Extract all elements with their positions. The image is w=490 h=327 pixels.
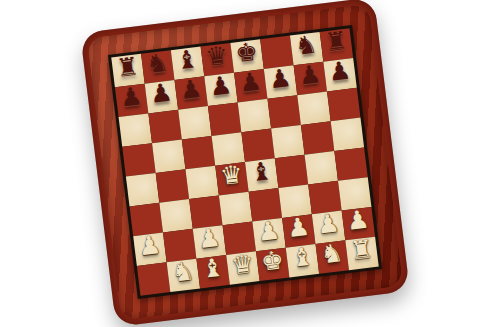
piece-black-pawn-h7: ♟ bbox=[323, 55, 356, 88]
square-d4: ♛ bbox=[215, 162, 248, 195]
square-f1: ♝ bbox=[286, 244, 319, 277]
square-b4 bbox=[156, 169, 189, 202]
square-g6 bbox=[297, 91, 330, 124]
square-a5 bbox=[122, 143, 155, 176]
product-photo-scene: ♜♞♝♛♚♞♜♟♟♟♟♟♟♟♟♛♝♟♟♟♟♟♟♞♝♛♚♝♞♜ bbox=[0, 0, 490, 327]
square-a1 bbox=[137, 262, 170, 295]
square-h1: ♜ bbox=[345, 237, 378, 270]
square-e4: ♝ bbox=[245, 158, 278, 191]
square-h6 bbox=[327, 88, 360, 121]
piece-black-pawn-f7: ♟ bbox=[263, 62, 296, 95]
square-b5 bbox=[152, 140, 185, 173]
square-b7: ♟ bbox=[145, 80, 178, 113]
square-d7: ♟ bbox=[204, 73, 237, 106]
square-d6 bbox=[208, 102, 241, 135]
piece-white-queen-d4: ♛ bbox=[215, 159, 248, 192]
square-a4 bbox=[126, 173, 159, 206]
square-g5 bbox=[301, 121, 334, 154]
square-h4 bbox=[334, 147, 367, 180]
square-b1: ♞ bbox=[167, 259, 200, 292]
square-c6 bbox=[178, 106, 211, 139]
piece-white-pawn-a2: ♟ bbox=[133, 230, 166, 263]
piece-black-rook-h8: ♜ bbox=[319, 25, 352, 58]
piece-white-queen-d1: ♛ bbox=[226, 248, 259, 281]
square-d3 bbox=[219, 192, 252, 225]
piece-black-pawn-b7: ♟ bbox=[144, 77, 177, 110]
square-b3 bbox=[159, 199, 192, 232]
square-f5 bbox=[271, 125, 304, 158]
board-inlay-border: ♜♞♝♛♚♞♜♟♟♟♟♟♟♟♟♛♝♟♟♟♟♟♟♞♝♛♚♝♞♜ bbox=[108, 25, 382, 299]
piece-white-rook-h1: ♜ bbox=[345, 234, 378, 267]
square-a6 bbox=[119, 113, 152, 146]
square-a2: ♟ bbox=[133, 233, 166, 266]
square-g7: ♟ bbox=[294, 62, 327, 95]
piece-black-pawn-c7: ♟ bbox=[174, 73, 207, 106]
square-g4 bbox=[305, 151, 338, 184]
piece-white-pawn-e2: ♟ bbox=[252, 215, 285, 248]
square-h5 bbox=[331, 118, 364, 151]
chess-board-frame: ♜♞♝♛♚♞♜♟♟♟♟♟♟♟♟♛♝♟♟♟♟♟♟♞♝♛♚♝♞♜ bbox=[80, 0, 410, 327]
square-a7: ♟ bbox=[115, 84, 148, 117]
chess-board: ♜♞♝♛♚♞♜♟♟♟♟♟♟♟♟♛♝♟♟♟♟♟♟♞♝♛♚♝♞♜ bbox=[111, 28, 378, 295]
square-d1: ♛ bbox=[226, 251, 259, 284]
piece-white-knight-g1: ♞ bbox=[315, 237, 348, 270]
square-f6 bbox=[267, 95, 300, 128]
square-f7: ♟ bbox=[264, 65, 297, 98]
piece-black-rook-a8: ♜ bbox=[111, 51, 144, 84]
piece-black-bishop-e4: ♝ bbox=[245, 155, 278, 188]
piece-white-bishop-c1: ♝ bbox=[196, 252, 229, 285]
piece-black-queen-d8: ♛ bbox=[200, 40, 233, 73]
piece-white-knight-b1: ♞ bbox=[166, 256, 199, 289]
piece-black-king-e8: ♚ bbox=[230, 36, 263, 69]
square-c4 bbox=[185, 166, 218, 199]
piece-white-king-e1: ♚ bbox=[256, 245, 289, 278]
square-f4 bbox=[275, 155, 308, 188]
square-h7: ♟ bbox=[323, 58, 356, 91]
piece-white-bishop-f1: ♝ bbox=[285, 241, 318, 274]
square-c7: ♟ bbox=[174, 76, 207, 109]
square-c5 bbox=[182, 136, 215, 169]
piece-white-pawn-c2: ♟ bbox=[192, 222, 225, 255]
piece-white-pawn-h2: ♟ bbox=[341, 204, 374, 237]
square-b6 bbox=[148, 110, 181, 143]
square-e6 bbox=[238, 99, 271, 132]
piece-black-knight-g8: ♞ bbox=[290, 29, 323, 62]
square-g1: ♞ bbox=[316, 240, 349, 273]
piece-black-pawn-d7: ♟ bbox=[204, 70, 237, 103]
piece-black-pawn-e7: ♟ bbox=[234, 66, 267, 99]
piece-black-pawn-a7: ♟ bbox=[115, 81, 148, 114]
square-e1: ♚ bbox=[256, 248, 289, 281]
square-c1: ♝ bbox=[196, 255, 229, 288]
piece-black-bishop-c8: ♝ bbox=[170, 44, 203, 77]
square-e7: ♟ bbox=[234, 69, 267, 102]
piece-black-knight-b8: ♞ bbox=[141, 47, 174, 80]
piece-white-pawn-f2: ♟ bbox=[282, 211, 315, 244]
piece-white-pawn-g2: ♟ bbox=[311, 208, 344, 241]
piece-black-pawn-g7: ♟ bbox=[293, 59, 326, 92]
